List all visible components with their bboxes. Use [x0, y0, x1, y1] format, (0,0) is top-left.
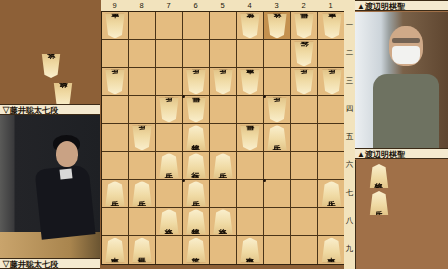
file-coordinates: 987654321 [101, 0, 344, 11]
gote-piece-歩: 歩兵 [321, 69, 342, 94]
square-6d: 桂馬 [183, 96, 210, 124]
square-7d: 歩兵 [156, 96, 183, 124]
shogi-broadcast-screen: 金将銀将 ▽藤井聡太七段 ▽藤井聡太七段 987654321 香車玉将金将桂馬香… [0, 0, 448, 269]
square-8g: 歩兵 [129, 180, 156, 208]
square-5h: 金将 [210, 208, 237, 236]
square-9b [102, 40, 129, 68]
square-2i [291, 236, 318, 264]
square-3h [264, 208, 291, 236]
rank-label-c: 三 [344, 76, 355, 86]
square-4b [237, 40, 264, 68]
rank-label-d: 四 [344, 104, 355, 114]
square-9i: 香車 [102, 236, 129, 264]
square-6e: 銀将 [183, 124, 210, 152]
square-4d [237, 96, 264, 124]
sente-piece-歩: 歩兵 [186, 181, 207, 206]
gote-piece-歩: 歩兵 [267, 97, 288, 122]
file-label-1: 1 [317, 0, 344, 11]
square-5f: 歩兵 [210, 152, 237, 180]
square-6g: 歩兵 [183, 180, 210, 208]
square-5e [210, 124, 237, 152]
square-4h [237, 208, 264, 236]
square-2f [291, 152, 318, 180]
file-label-8: 8 [128, 0, 155, 11]
square-8c [129, 68, 156, 96]
square-3g [264, 180, 291, 208]
square-8e: 歩兵 [129, 124, 156, 152]
square-1h [318, 208, 345, 236]
gote-panel: 金将銀将 ▽藤井聡太七段 ▽藤井聡太七段 [0, 0, 100, 269]
square-7f: 歩兵 [156, 152, 183, 180]
star-point [182, 179, 185, 182]
watanabe-glasses [392, 38, 420, 43]
gote-piece-歩: 歩兵 [213, 69, 234, 94]
square-8f [129, 152, 156, 180]
square-2c: 歩兵 [291, 68, 318, 96]
square-6a [183, 12, 210, 40]
sente-piece-歩: 歩兵 [321, 181, 342, 206]
square-1d [318, 96, 345, 124]
sente-piece-銀: 銀将 [369, 164, 389, 188]
photo-fujii [0, 115, 100, 258]
sente-hand-銀: 銀将 [369, 164, 389, 188]
square-5d [210, 96, 237, 124]
sente-piece-歩: 歩兵 [159, 153, 180, 178]
square-6b [183, 40, 210, 68]
gote-piece-歩: 歩兵 [105, 69, 126, 94]
square-6h: 銀将 [183, 208, 210, 236]
square-9e [102, 124, 129, 152]
square-5b [210, 40, 237, 68]
square-5i [210, 236, 237, 264]
watanabe-mask [392, 46, 420, 64]
fujii-collar [60, 168, 73, 179]
gote-piece-歩: 歩兵 [294, 69, 315, 94]
gote-piece-歩: 歩兵 [159, 97, 180, 122]
rank-label-i: 九 [344, 244, 355, 254]
square-2g [291, 180, 318, 208]
square-8i: 桂馬 [129, 236, 156, 264]
square-4a: 玉将 [237, 12, 264, 40]
rank-label-b: 二 [344, 48, 355, 58]
square-9g: 歩兵 [102, 180, 129, 208]
square-1i: 香車 [318, 236, 345, 264]
square-4c: 飛車 [237, 68, 264, 96]
sente-hand-歩: 歩兵 [369, 191, 389, 215]
square-5g [210, 180, 237, 208]
square-3d: 歩兵 [264, 96, 291, 124]
sente-panel: ▲渡辺明棋聖 ▲渡辺明棋聖 銀将歩兵 [355, 0, 448, 269]
square-3b [264, 40, 291, 68]
watanabe-body [373, 74, 439, 148]
rank-label-a: 一 [344, 20, 355, 30]
square-1a: 香車 [318, 12, 345, 40]
gote-name-label-lower: ▽藤井聡太七段 [0, 258, 100, 269]
square-5c: 歩兵 [210, 68, 237, 96]
sente-piece-金: 金将 [213, 209, 234, 234]
square-1c: 歩兵 [318, 68, 345, 96]
sente-piece-金: 金将 [159, 209, 180, 234]
sente-piece-香: 香車 [105, 238, 126, 263]
square-7a [156, 12, 183, 40]
sente-piece-桂: 桂馬 [132, 238, 153, 263]
gote-piece-玉: 玉将 [240, 13, 261, 38]
sente-piece-角: 角行 [186, 153, 207, 178]
sente-piece-飛: 飛車 [240, 238, 261, 263]
square-1b [318, 40, 345, 68]
sente-piece-歩: 歩兵 [267, 125, 288, 150]
fujii-face [56, 141, 78, 167]
gote-piece-香: 香車 [105, 13, 126, 38]
gote-piece-桂: 桂馬 [240, 125, 261, 150]
square-9h [102, 208, 129, 236]
square-2e [291, 124, 318, 152]
sente-piece-歩: 歩兵 [369, 191, 389, 215]
square-7e [156, 124, 183, 152]
square-1f [318, 152, 345, 180]
square-4e: 桂馬 [237, 124, 264, 152]
square-3f [264, 152, 291, 180]
sente-piece-歩: 歩兵 [132, 181, 153, 206]
sente-name-label-mid: ▲渡辺明棋聖 [355, 148, 448, 159]
rank-label-g: 七 [344, 188, 355, 198]
gote-piece-金: 金将 [41, 54, 61, 78]
square-8h [129, 208, 156, 236]
square-3i [264, 236, 291, 264]
rank-label-f: 六 [344, 160, 355, 170]
square-9d [102, 96, 129, 124]
gote-piece-歩: 歩兵 [186, 69, 207, 94]
square-9f [102, 152, 129, 180]
square-7c [156, 68, 183, 96]
sente-name-label-top: ▲渡辺明棋聖 [355, 0, 448, 11]
star-point [263, 179, 266, 182]
sente-piece-銀: 銀将 [186, 209, 207, 234]
square-8a [129, 12, 156, 40]
square-3e: 歩兵 [264, 124, 291, 152]
square-9a: 香車 [102, 12, 129, 40]
square-2h [291, 208, 318, 236]
board-panel: 987654321 香車玉将金将桂馬香車角行歩兵歩兵歩兵飛車歩兵歩兵歩兵桂馬歩兵… [100, 0, 345, 269]
square-6f: 角行 [183, 152, 210, 180]
rank-coordinates: 一二三四五六七八九 [344, 0, 355, 269]
sente-piece-銀: 銀将 [186, 125, 207, 150]
square-6i: 玉将 [183, 236, 210, 264]
gote-piece-角: 角行 [294, 41, 315, 66]
star-point [182, 95, 185, 98]
square-8d [129, 96, 156, 124]
rank-label-h: 八 [344, 216, 355, 226]
sente-komadai: 銀将歩兵 [355, 160, 448, 269]
file-label-6: 6 [182, 0, 209, 11]
gote-hand-金: 金将 [41, 54, 61, 78]
sente-piece-歩: 歩兵 [213, 153, 234, 178]
file-label-2: 2 [290, 0, 317, 11]
square-7i [156, 236, 183, 264]
shogi-board: 香車玉将金将桂馬香車角行歩兵歩兵歩兵飛車歩兵歩兵歩兵桂馬歩兵歩兵銀将桂馬歩兵歩兵… [101, 11, 346, 265]
square-2d [291, 96, 318, 124]
square-1e [318, 124, 345, 152]
sente-piece-歩: 歩兵 [105, 181, 126, 206]
square-4i: 飛車 [237, 236, 264, 264]
square-2a: 桂馬 [291, 12, 318, 40]
square-3c [264, 68, 291, 96]
file-label-5: 5 [209, 0, 236, 11]
gote-piece-金: 金将 [267, 13, 288, 38]
photo-watanabe [355, 12, 448, 148]
square-9c: 歩兵 [102, 68, 129, 96]
square-8b [129, 40, 156, 68]
file-label-4: 4 [236, 0, 263, 11]
sente-piece-香: 香車 [321, 238, 342, 263]
file-label-7: 7 [155, 0, 182, 11]
gote-komadai: 金将銀将 [0, 0, 100, 104]
sente-piece-玉: 玉将 [186, 238, 207, 263]
square-4f [237, 152, 264, 180]
gote-piece-桂: 桂馬 [186, 97, 207, 122]
square-4g [237, 180, 264, 208]
square-1g: 歩兵 [318, 180, 345, 208]
square-3a: 金将 [264, 12, 291, 40]
square-6c: 歩兵 [183, 68, 210, 96]
square-7g [156, 180, 183, 208]
gote-piece-香: 香車 [321, 13, 342, 38]
rank-label-e: 五 [344, 132, 355, 142]
file-label-9: 9 [101, 0, 128, 11]
star-point [263, 95, 266, 98]
gote-name-label-upper: ▽藤井聡太七段 [0, 104, 100, 115]
file-label-3: 3 [263, 0, 290, 11]
square-7h: 金将 [156, 208, 183, 236]
square-2b: 角行 [291, 40, 318, 68]
gote-piece-飛: 飛車 [240, 69, 261, 94]
gote-piece-歩: 歩兵 [132, 125, 153, 150]
gote-piece-桂: 桂馬 [294, 13, 315, 38]
square-7b [156, 40, 183, 68]
square-5a [210, 12, 237, 40]
